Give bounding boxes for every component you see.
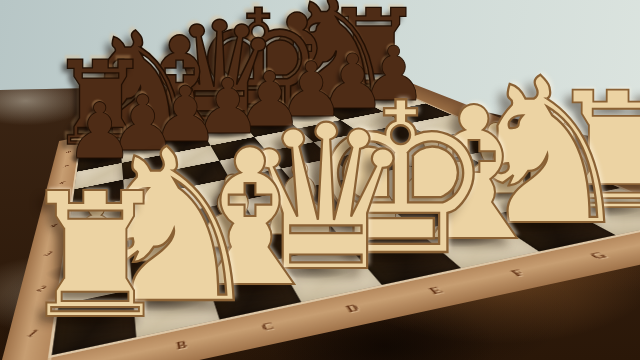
pieces-layer: ♜♞♝♛♚♝♞♜♟♟♟♟♟♟♟♟♟♟♟♟♟♟♟♟♜♞♝♛♚♝♞♜ bbox=[0, 0, 640, 360]
chess-photo-scene: 12345678 BCDEFGH ♜♞♝♛♚♝♞♜♟♟♟♟♟♟♟♟♟♟♟♟♟♟♟… bbox=[0, 0, 640, 360]
piece-white-rook-a1[interactable]: ♜ bbox=[18, 171, 173, 344]
